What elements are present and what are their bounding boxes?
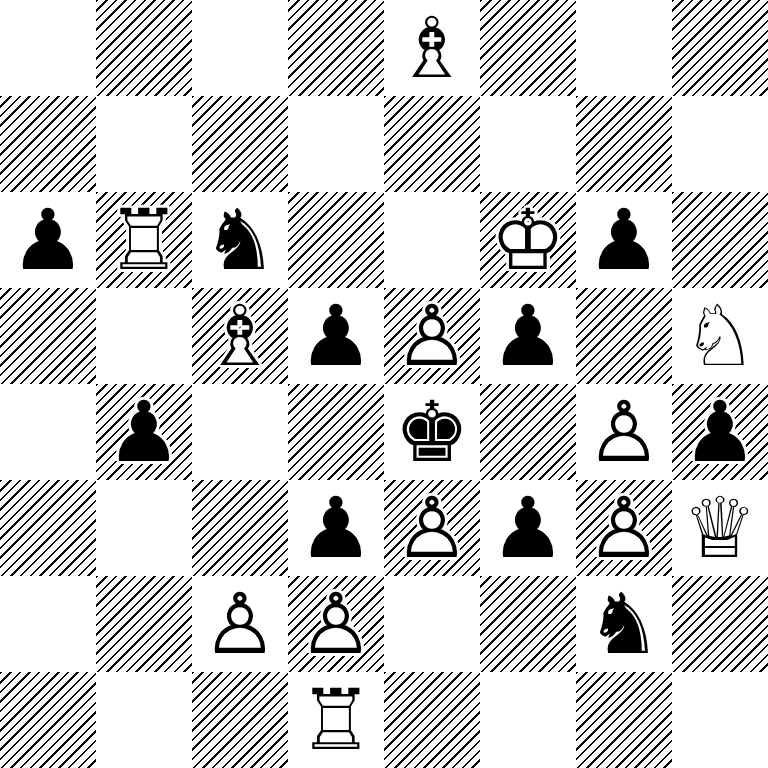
piece-glyph: ♔ (480, 192, 576, 288)
square-f4[interactable] (480, 384, 576, 480)
square-d3[interactable]: ♟♟ (288, 480, 384, 576)
white-bishop: ♝♗ (192, 288, 288, 384)
piece-glyph: ♙ (288, 576, 384, 672)
white-pawn: ♟♙ (384, 480, 480, 576)
square-a3[interactable] (0, 480, 96, 576)
square-h8[interactable] (672, 0, 768, 96)
square-c8[interactable] (192, 0, 288, 96)
square-b5[interactable] (96, 288, 192, 384)
square-h4[interactable]: ♟♟ (672, 384, 768, 480)
square-d7[interactable] (288, 96, 384, 192)
piece-glyph: ♟ (0, 192, 96, 288)
square-e8[interactable]: ♝♗ (384, 0, 480, 96)
square-g5[interactable] (576, 288, 672, 384)
black-pawn: ♟♟ (0, 192, 96, 288)
square-f7[interactable] (480, 96, 576, 192)
square-h1[interactable] (672, 672, 768, 768)
square-g3[interactable]: ♟♙ (576, 480, 672, 576)
black-pawn: ♟♟ (672, 384, 768, 480)
square-a2[interactable] (0, 576, 96, 672)
square-a4[interactable] (0, 384, 96, 480)
square-b1[interactable] (96, 672, 192, 768)
black-pawn: ♟♟ (480, 480, 576, 576)
square-c6[interactable]: ♞♞ (192, 192, 288, 288)
piece-glyph: ♚ (384, 384, 480, 480)
piece-glyph: ♙ (576, 384, 672, 480)
square-c1[interactable] (192, 672, 288, 768)
chess-board: ♝♗♟♟♜♖♞♞♚♔♟♟♝♗♟♟♟♙♟♟♞♘♟♟♚♚♟♙♟♟♟♟♟♙♟♟♟♙♛♕… (0, 0, 768, 768)
square-e2[interactable] (384, 576, 480, 672)
piece-glyph: ♖ (96, 192, 192, 288)
square-b2[interactable] (96, 576, 192, 672)
black-pawn: ♟♟ (480, 288, 576, 384)
square-a8[interactable] (0, 0, 96, 96)
black-pawn: ♟♟ (96, 384, 192, 480)
white-queen: ♛♕ (672, 480, 768, 576)
square-f1[interactable] (480, 672, 576, 768)
white-king: ♚♔ (480, 192, 576, 288)
piece-glyph: ♙ (384, 288, 480, 384)
square-h5[interactable]: ♞♘ (672, 288, 768, 384)
square-a6[interactable]: ♟♟ (0, 192, 96, 288)
black-pawn: ♟♟ (576, 192, 672, 288)
black-knight: ♞♞ (192, 192, 288, 288)
square-f6[interactable]: ♚♔ (480, 192, 576, 288)
piece-glyph: ♟ (96, 384, 192, 480)
white-pawn: ♟♙ (192, 576, 288, 672)
piece-glyph: ♟ (288, 480, 384, 576)
square-g2[interactable]: ♞♞ (576, 576, 672, 672)
square-d8[interactable] (288, 0, 384, 96)
piece-glyph: ♙ (384, 480, 480, 576)
piece-glyph: ♖ (288, 672, 384, 768)
square-h3[interactable]: ♛♕ (672, 480, 768, 576)
white-knight: ♞♘ (672, 288, 768, 384)
square-e5[interactable]: ♟♙ (384, 288, 480, 384)
square-d4[interactable] (288, 384, 384, 480)
piece-glyph: ♟ (480, 288, 576, 384)
piece-glyph: ♟ (576, 192, 672, 288)
square-h6[interactable] (672, 192, 768, 288)
square-a7[interactable] (0, 96, 96, 192)
square-d6[interactable] (288, 192, 384, 288)
square-e7[interactable] (384, 96, 480, 192)
square-f2[interactable] (480, 576, 576, 672)
square-b4[interactable]: ♟♟ (96, 384, 192, 480)
square-e6[interactable] (384, 192, 480, 288)
piece-glyph: ♗ (192, 288, 288, 384)
square-d5[interactable]: ♟♟ (288, 288, 384, 384)
square-a1[interactable] (0, 672, 96, 768)
square-b3[interactable] (96, 480, 192, 576)
square-f8[interactable] (480, 0, 576, 96)
piece-glyph: ♘ (672, 288, 768, 384)
square-h2[interactable] (672, 576, 768, 672)
square-b7[interactable] (96, 96, 192, 192)
piece-glyph: ♙ (576, 480, 672, 576)
piece-glyph: ♗ (384, 0, 480, 96)
white-pawn: ♟♙ (384, 288, 480, 384)
white-rook: ♜♖ (288, 672, 384, 768)
square-b6[interactable]: ♜♖ (96, 192, 192, 288)
white-pawn: ♟♙ (576, 384, 672, 480)
square-f5[interactable]: ♟♟ (480, 288, 576, 384)
white-bishop: ♝♗ (384, 0, 480, 96)
square-d1[interactable]: ♜♖ (288, 672, 384, 768)
square-c4[interactable] (192, 384, 288, 480)
square-e3[interactable]: ♟♙ (384, 480, 480, 576)
white-pawn: ♟♙ (288, 576, 384, 672)
black-knight: ♞♞ (576, 576, 672, 672)
square-e4[interactable]: ♚♚ (384, 384, 480, 480)
square-d2[interactable]: ♟♙ (288, 576, 384, 672)
square-g7[interactable] (576, 96, 672, 192)
piece-glyph: ♕ (672, 480, 768, 576)
black-pawn: ♟♟ (288, 480, 384, 576)
square-f3[interactable]: ♟♟ (480, 480, 576, 576)
black-pawn: ♟♟ (288, 288, 384, 384)
white-rook: ♜♖ (96, 192, 192, 288)
piece-glyph: ♟ (480, 480, 576, 576)
square-h7[interactable] (672, 96, 768, 192)
square-c5[interactable]: ♝♗ (192, 288, 288, 384)
square-c2[interactable]: ♟♙ (192, 576, 288, 672)
piece-glyph: ♟ (288, 288, 384, 384)
square-a5[interactable] (0, 288, 96, 384)
square-g8[interactable] (576, 0, 672, 96)
square-g4[interactable]: ♟♙ (576, 384, 672, 480)
white-pawn: ♟♙ (576, 480, 672, 576)
square-g6[interactable]: ♟♟ (576, 192, 672, 288)
square-b8[interactable] (96, 0, 192, 96)
square-c3[interactable] (192, 480, 288, 576)
square-e1[interactable] (384, 672, 480, 768)
square-g1[interactable] (576, 672, 672, 768)
square-c7[interactable] (192, 96, 288, 192)
piece-glyph: ♟ (672, 384, 768, 480)
black-king: ♚♚ (384, 384, 480, 480)
piece-glyph: ♞ (192, 192, 288, 288)
piece-glyph: ♙ (192, 576, 288, 672)
piece-glyph: ♞ (576, 576, 672, 672)
